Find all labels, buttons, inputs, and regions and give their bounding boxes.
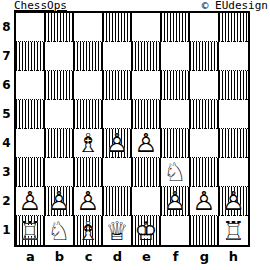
white-knight[interactable]: ♞♘ (161, 158, 189, 186)
white-pawn[interactable]: ♟♙ (74, 187, 102, 215)
square-h4[interactable] (219, 129, 248, 158)
square-d7[interactable] (103, 42, 132, 71)
square-c3[interactable] (74, 158, 103, 187)
piece-glyph (74, 71, 102, 99)
square-g6[interactable] (190, 71, 219, 100)
square-e7[interactable] (132, 42, 161, 71)
black-pawn[interactable] (161, 100, 189, 128)
square-h8[interactable] (219, 13, 248, 42)
white-pawn[interactable]: ♟♙ (45, 187, 73, 215)
square-g5[interactable] (190, 100, 219, 129)
black-pawn[interactable] (16, 42, 44, 70)
square-b7[interactable] (45, 42, 74, 71)
square-f3[interactable]: ♞♘ (161, 158, 190, 187)
piece-glyph: ♙ (74, 187, 102, 215)
file-label-a: a (16, 249, 45, 264)
piece-glyph (74, 13, 102, 41)
square-d6[interactable] (103, 71, 132, 100)
piece-glyph (45, 42, 73, 70)
white-rook[interactable]: ♜♖ (219, 216, 248, 245)
black-queen[interactable] (103, 13, 131, 41)
piece-glyph (74, 42, 102, 70)
white-bishop[interactable]: ♝♗ (74, 129, 102, 157)
square-a2[interactable]: ♟♙ (16, 187, 45, 216)
square-e6[interactable] (132, 71, 161, 100)
square-b4[interactable] (45, 129, 74, 158)
square-g7[interactable] (190, 42, 219, 71)
piece-glyph (16, 13, 44, 41)
black-pawn[interactable] (45, 42, 73, 70)
white-rook[interactable]: ♜♖ (16, 216, 44, 245)
piece-glyph: ♙ (190, 187, 218, 215)
black-pawn[interactable] (190, 42, 218, 70)
square-g2[interactable]: ♟♙ (190, 187, 219, 216)
square-b1[interactable]: ♞♘ (45, 216, 74, 245)
piece-glyph (161, 13, 189, 41)
file-label-h: h (219, 249, 248, 264)
square-b2[interactable]: ♟♙ (45, 187, 74, 216)
piece-glyph: ♙ (45, 187, 73, 215)
square-f6[interactable] (161, 71, 190, 100)
square-g1[interactable] (190, 216, 219, 245)
piece-glyph: ♗ (74, 129, 102, 157)
piece-glyph: ♖ (16, 216, 44, 245)
square-a8[interactable] (16, 13, 45, 42)
square-f2[interactable]: ♟♙ (161, 187, 190, 216)
file-label-b: b (45, 249, 74, 264)
square-g4[interactable] (190, 129, 219, 158)
square-d4[interactable]: ♟♙ (103, 129, 132, 158)
square-e8[interactable] (132, 13, 161, 42)
square-a5[interactable] (16, 100, 45, 129)
square-a3[interactable] (16, 158, 45, 187)
piece-glyph (103, 42, 131, 70)
square-d3[interactable] (103, 158, 132, 187)
black-rook[interactable] (16, 13, 44, 41)
piece-glyph (132, 13, 160, 41)
square-d1[interactable]: ♛♕ (103, 216, 132, 245)
piece-glyph: ♙ (161, 187, 189, 215)
square-b3[interactable] (45, 158, 74, 187)
square-b5[interactable] (45, 100, 74, 129)
piece-glyph: ♔ (132, 216, 160, 245)
file-label-c: c (74, 249, 103, 264)
file-label-e: e (132, 249, 161, 264)
square-e4[interactable]: ♟♙ (132, 129, 161, 158)
white-queen[interactable]: ♛♕ (103, 216, 131, 245)
rank-label-8: 8 (0, 13, 13, 42)
white-pawn[interactable]: ♟♙ (16, 187, 44, 215)
square-f5[interactable] (161, 100, 190, 129)
square-h3[interactable] (219, 158, 248, 187)
chessops-diagram: ChessOps © EUdesign ♝♗♟♙♟♙♞♘♟♙♟♙♟♙♟♙♟♙♟♙… (0, 0, 270, 270)
rank-label-5: 5 (0, 100, 13, 129)
square-c1[interactable]: ♝♗ (74, 216, 103, 245)
square-c6[interactable] (74, 71, 103, 100)
piece-glyph: ♙ (16, 187, 44, 215)
rank-label-6: 6 (0, 71, 13, 100)
piece-glyph (103, 13, 131, 41)
square-e3[interactable] (132, 158, 161, 187)
square-h5[interactable] (219, 100, 248, 129)
piece-glyph (16, 42, 44, 70)
square-h6[interactable] (219, 71, 248, 100)
file-label-f: f (161, 249, 190, 264)
rank-label-2: 2 (0, 187, 13, 216)
piece-glyph (190, 13, 218, 41)
square-a6[interactable] (16, 71, 45, 100)
black-pawn[interactable] (74, 42, 102, 70)
piece-glyph: ♕ (103, 216, 131, 245)
square-d8[interactable] (103, 13, 132, 42)
square-b8[interactable] (45, 13, 74, 42)
square-e5[interactable] (132, 100, 161, 129)
square-g8[interactable] (190, 13, 219, 42)
rank-label-3: 3 (0, 158, 13, 187)
square-c5[interactable] (74, 100, 103, 129)
square-h1[interactable]: ♜♖ (219, 216, 248, 245)
white-pawn[interactable]: ♟♙ (161, 187, 189, 215)
white-pawn[interactable]: ♟♙ (132, 129, 160, 157)
white-pawn[interactable]: ♟♙ (190, 187, 218, 215)
piece-glyph (219, 42, 248, 70)
black-bishop[interactable] (74, 13, 102, 41)
black-king[interactable] (132, 13, 160, 41)
square-f7[interactable] (161, 42, 190, 71)
square-f8[interactable] (161, 13, 190, 42)
white-pawn[interactable]: ♟♙ (103, 129, 131, 157)
white-bishop[interactable]: ♝♗ (74, 216, 102, 245)
black-knight[interactable] (74, 71, 102, 99)
square-e1[interactable]: ♚♔ (132, 216, 161, 245)
rank-label-1: 1 (0, 216, 13, 245)
piece-glyph: ♙ (103, 129, 131, 157)
rank-label-7: 7 (0, 42, 13, 71)
black-pawn[interactable] (219, 42, 248, 70)
chess-board: ♝♗♟♙♟♙♞♘♟♙♟♙♟♙♟♙♟♙♟♙♜♖♞♘♝♗♛♕♚♔♜♖ (14, 11, 250, 247)
square-d2[interactable] (103, 187, 132, 216)
piece-glyph (132, 100, 160, 128)
square-c4[interactable]: ♝♗ (74, 129, 103, 158)
square-h2[interactable]: ♟♙ (219, 187, 248, 216)
file-label-d: d (103, 249, 132, 264)
black-knight[interactable] (190, 13, 218, 41)
square-a7[interactable] (16, 42, 45, 71)
piece-glyph: ♘ (161, 158, 189, 186)
piece-glyph: ♗ (74, 216, 102, 245)
square-c2[interactable]: ♟♙ (74, 187, 103, 216)
square-a4[interactable] (16, 129, 45, 158)
piece-glyph (190, 42, 218, 70)
square-f1[interactable] (161, 216, 190, 245)
square-f4[interactable] (161, 129, 190, 158)
black-bishop[interactable] (161, 13, 189, 41)
piece-glyph: ♙ (219, 187, 248, 215)
white-knight[interactable]: ♞♘ (45, 216, 73, 245)
square-b6[interactable] (45, 71, 74, 100)
square-c8[interactable] (74, 13, 103, 42)
rank-label-4: 4 (0, 129, 13, 158)
piece-glyph (161, 100, 189, 128)
black-pawn[interactable] (103, 42, 131, 70)
white-pawn[interactable]: ♟♙ (219, 187, 248, 215)
black-rook[interactable] (219, 13, 248, 41)
piece-glyph (219, 13, 248, 41)
square-e2[interactable] (132, 187, 161, 216)
piece-glyph: ♘ (45, 216, 73, 245)
file-label-g: g (190, 249, 219, 264)
piece-glyph: ♙ (132, 129, 160, 157)
piece-glyph: ♖ (219, 216, 248, 245)
square-d5[interactable] (103, 100, 132, 129)
black-pawn[interactable] (132, 100, 160, 128)
square-h7[interactable] (219, 42, 248, 71)
square-c7[interactable] (74, 42, 103, 71)
square-g3[interactable] (190, 158, 219, 187)
square-a1[interactable]: ♜♖ (16, 216, 45, 245)
white-king[interactable]: ♚♔ (132, 216, 160, 245)
